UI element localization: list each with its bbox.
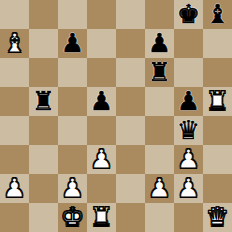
square-f8[interactable] [145,0,174,29]
square-f7[interactable]: ♟ [145,29,174,58]
square-b7[interactable] [29,29,58,58]
white-queen-h1[interactable]: ♛ [206,203,229,232]
square-g6[interactable] [174,58,203,87]
black-king-g8[interactable]: ♚ [177,0,200,29]
square-g2[interactable]: ♟ [174,174,203,203]
white-pawn-a2[interactable]: ♟ [3,174,26,203]
square-e6[interactable] [116,58,145,87]
white-pawn-g2[interactable]: ♟ [177,174,200,203]
black-pawn-c7[interactable]: ♟ [61,29,84,58]
square-e3[interactable] [116,145,145,174]
square-b2[interactable] [29,174,58,203]
black-pawn-g5[interactable]: ♟ [177,87,200,116]
square-c8[interactable] [58,0,87,29]
square-b8[interactable] [29,0,58,29]
square-d4[interactable] [87,116,116,145]
square-a2[interactable]: ♟ [0,174,29,203]
square-d8[interactable] [87,0,116,29]
white-pawn-d3[interactable]: ♟ [90,145,113,174]
square-f3[interactable] [145,145,174,174]
square-g8[interactable]: ♚ [174,0,203,29]
square-d1[interactable]: ♜ [87,203,116,232]
square-e4[interactable] [116,116,145,145]
square-d3[interactable]: ♟ [87,145,116,174]
black-pawn-f7[interactable]: ♟ [148,29,171,58]
square-a4[interactable] [0,116,29,145]
square-h4[interactable] [203,116,232,145]
square-f1[interactable] [145,203,174,232]
square-h7[interactable] [203,29,232,58]
white-bishop-a7[interactable]: ♝ [3,29,26,58]
square-h8[interactable]: ♝ [203,0,232,29]
black-rook-b5[interactable]: ♜ [32,87,55,116]
square-a5[interactable] [0,87,29,116]
square-d7[interactable] [87,29,116,58]
square-b6[interactable] [29,58,58,87]
square-h2[interactable] [203,174,232,203]
square-g3[interactable]: ♟ [174,145,203,174]
square-e7[interactable] [116,29,145,58]
square-b1[interactable] [29,203,58,232]
white-rook-h5[interactable]: ♜ [206,87,229,116]
square-g7[interactable] [174,29,203,58]
black-queen-g4[interactable]: ♛ [177,116,200,145]
square-b3[interactable] [29,145,58,174]
square-f6[interactable]: ♜ [145,58,174,87]
square-a6[interactable] [0,58,29,87]
square-h6[interactable] [203,58,232,87]
square-h5[interactable]: ♜ [203,87,232,116]
square-b4[interactable] [29,116,58,145]
white-pawn-g3[interactable]: ♟ [177,145,200,174]
square-e8[interactable] [116,0,145,29]
square-c4[interactable] [58,116,87,145]
square-a3[interactable] [0,145,29,174]
square-c2[interactable]: ♟ [58,174,87,203]
square-h3[interactable] [203,145,232,174]
square-e2[interactable] [116,174,145,203]
square-c5[interactable] [58,87,87,116]
square-c7[interactable]: ♟ [58,29,87,58]
white-rook-d1[interactable]: ♜ [90,203,113,232]
black-rook-f6[interactable]: ♜ [148,58,171,87]
black-pawn-d5[interactable]: ♟ [90,87,113,116]
square-e1[interactable] [116,203,145,232]
square-c6[interactable] [58,58,87,87]
square-h1[interactable]: ♛ [203,203,232,232]
square-d6[interactable] [87,58,116,87]
square-c3[interactable] [58,145,87,174]
square-a7[interactable]: ♝ [0,29,29,58]
square-d5[interactable]: ♟ [87,87,116,116]
white-pawn-c2[interactable]: ♟ [61,174,84,203]
square-c1[interactable]: ♚ [58,203,87,232]
square-f5[interactable] [145,87,174,116]
square-g5[interactable]: ♟ [174,87,203,116]
square-f4[interactable] [145,116,174,145]
square-e5[interactable] [116,87,145,116]
white-king-c1[interactable]: ♚ [61,203,84,232]
square-f2[interactable]: ♟ [145,174,174,203]
white-pawn-f2[interactable]: ♟ [148,174,171,203]
square-d2[interactable] [87,174,116,203]
square-b5[interactable]: ♜ [29,87,58,116]
square-g4[interactable]: ♛ [174,116,203,145]
square-g1[interactable] [174,203,203,232]
square-a1[interactable] [0,203,29,232]
square-a8[interactable] [0,0,29,29]
black-bishop-h8[interactable]: ♝ [206,0,229,29]
chess-board: ♚♝♝♟♟♜♜♟♟♜♛♟♟♟♟♟♟♚♜♛ [0,0,232,232]
